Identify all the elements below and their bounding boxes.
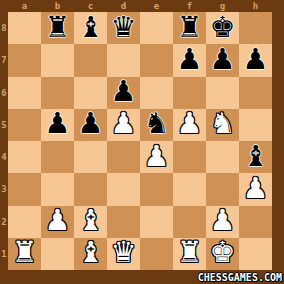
piece-white-pawn: ♟ — [111, 109, 137, 138]
square-c4[interactable] — [74, 141, 107, 173]
square-e6[interactable] — [140, 77, 173, 109]
file-label-e: e — [140, 0, 173, 12]
square-a6[interactable] — [8, 77, 41, 109]
piece-white-queen: ♛ — [111, 238, 137, 267]
piece-white-bishop: ♝ — [78, 238, 104, 267]
piece-black-pawn: ♟ — [210, 45, 236, 74]
square-h8[interactable] — [239, 12, 272, 44]
square-a5[interactable] — [8, 109, 41, 141]
chess-board: ♜♝♛♜♚♟♟♟♟♟♟♟♞♟♞♟♝♟♟♝♟♜♝♛♜♚ — [8, 12, 272, 270]
piece-black-pawn: ♟ — [177, 45, 203, 74]
square-b7[interactable] — [41, 44, 74, 76]
square-e3[interactable] — [140, 173, 173, 205]
piece-white-rook: ♜ — [12, 238, 38, 267]
square-b1[interactable] — [41, 238, 74, 270]
square-h5[interactable] — [239, 109, 272, 141]
square-g4[interactable] — [206, 141, 239, 173]
piece-black-knight: ♞ — [144, 109, 170, 138]
square-h2[interactable] — [239, 206, 272, 238]
square-f6[interactable] — [173, 77, 206, 109]
piece-white-pawn: ♟ — [45, 206, 71, 235]
square-e1[interactable] — [140, 238, 173, 270]
piece-black-pawn: ♟ — [45, 109, 71, 138]
square-d4[interactable] — [107, 141, 140, 173]
square-d5[interactable]: ♟ — [107, 109, 140, 141]
square-b2[interactable]: ♟ — [41, 206, 74, 238]
piece-white-king: ♚ — [210, 238, 236, 267]
square-a3[interactable] — [8, 173, 41, 205]
file-label-g: g — [206, 0, 239, 12]
piece-white-pawn: ♟ — [177, 109, 203, 138]
file-label-b: b — [41, 0, 74, 12]
square-c7[interactable] — [74, 44, 107, 76]
square-h7[interactable]: ♟ — [239, 44, 272, 76]
square-a4[interactable] — [8, 141, 41, 173]
square-h3[interactable]: ♟ — [239, 173, 272, 205]
piece-white-knight: ♞ — [210, 109, 236, 138]
square-h1[interactable] — [239, 238, 272, 270]
square-f5[interactable]: ♟ — [173, 109, 206, 141]
file-label-c: c — [74, 0, 107, 12]
rank-label-8: 8 — [0, 12, 8, 44]
piece-black-pawn: ♟ — [243, 45, 269, 74]
piece-white-pawn: ♟ — [243, 174, 269, 203]
square-b5[interactable]: ♟ — [41, 109, 74, 141]
square-c8[interactable]: ♝ — [74, 12, 107, 44]
chessboard-frame: abcdefgh 87654321 ♜♝♛♜♚♟♟♟♟♟♟♟♞♟♞♟♝♟♟♝♟♜… — [0, 0, 284, 284]
rank-label-4: 4 — [0, 141, 8, 173]
square-e4[interactable]: ♟ — [140, 141, 173, 173]
piece-black-bishop: ♝ — [78, 13, 104, 42]
square-f2[interactable] — [173, 206, 206, 238]
file-label-d: d — [107, 0, 140, 12]
file-label-h: h — [239, 0, 272, 12]
square-h6[interactable] — [239, 77, 272, 109]
file-label-a: a — [8, 0, 41, 12]
piece-black-pawn: ♟ — [111, 77, 137, 106]
piece-white-bishop: ♝ — [78, 206, 104, 235]
square-e5[interactable]: ♞ — [140, 109, 173, 141]
square-g5[interactable]: ♞ — [206, 109, 239, 141]
square-c2[interactable]: ♝ — [74, 206, 107, 238]
piece-white-pawn: ♟ — [144, 142, 170, 171]
piece-black-rook: ♜ — [177, 13, 203, 42]
piece-white-rook: ♜ — [177, 238, 203, 267]
square-a7[interactable] — [8, 44, 41, 76]
square-c1[interactable]: ♝ — [74, 238, 107, 270]
file-label-f: f — [173, 0, 206, 12]
square-b3[interactable] — [41, 173, 74, 205]
rank-labels: 87654321 — [0, 12, 8, 270]
square-b8[interactable]: ♜ — [41, 12, 74, 44]
square-h4[interactable]: ♝ — [239, 141, 272, 173]
piece-black-bishop: ♝ — [243, 142, 269, 171]
square-a1[interactable]: ♜ — [8, 238, 41, 270]
square-d1[interactable]: ♛ — [107, 238, 140, 270]
rank-label-6: 6 — [0, 77, 8, 109]
square-g8[interactable]: ♚ — [206, 12, 239, 44]
square-c6[interactable] — [74, 77, 107, 109]
piece-black-king: ♚ — [210, 13, 236, 42]
square-d2[interactable] — [107, 206, 140, 238]
piece-black-pawn: ♟ — [78, 109, 104, 138]
square-e2[interactable] — [140, 206, 173, 238]
square-d7[interactable] — [107, 44, 140, 76]
square-g3[interactable] — [206, 173, 239, 205]
piece-white-pawn: ♟ — [210, 206, 236, 235]
rank-label-3: 3 — [0, 173, 8, 205]
piece-black-rook: ♜ — [45, 13, 71, 42]
square-b6[interactable] — [41, 77, 74, 109]
site-credit: CHESSGAMES.COM — [198, 272, 282, 283]
square-a2[interactable] — [8, 206, 41, 238]
square-d8[interactable]: ♛ — [107, 12, 140, 44]
square-g2[interactable]: ♟ — [206, 206, 239, 238]
square-f1[interactable]: ♜ — [173, 238, 206, 270]
square-d3[interactable] — [107, 173, 140, 205]
square-c3[interactable] — [74, 173, 107, 205]
file-labels: abcdefgh — [8, 0, 272, 12]
square-g7[interactable]: ♟ — [206, 44, 239, 76]
square-f8[interactable]: ♜ — [173, 12, 206, 44]
square-a8[interactable] — [8, 12, 41, 44]
rank-label-5: 5 — [0, 109, 8, 141]
square-d6[interactable]: ♟ — [107, 77, 140, 109]
rank-label-7: 7 — [0, 44, 8, 76]
rank-label-2: 2 — [0, 206, 8, 238]
square-f4[interactable] — [173, 141, 206, 173]
square-e8[interactable] — [140, 12, 173, 44]
square-f3[interactable] — [173, 173, 206, 205]
square-b4[interactable] — [41, 141, 74, 173]
square-g1[interactable]: ♚ — [206, 238, 239, 270]
rank-label-1: 1 — [0, 238, 8, 270]
square-f7[interactable]: ♟ — [173, 44, 206, 76]
square-c5[interactable]: ♟ — [74, 109, 107, 141]
piece-black-queen: ♛ — [111, 13, 137, 42]
square-g6[interactable] — [206, 77, 239, 109]
square-e7[interactable] — [140, 44, 173, 76]
